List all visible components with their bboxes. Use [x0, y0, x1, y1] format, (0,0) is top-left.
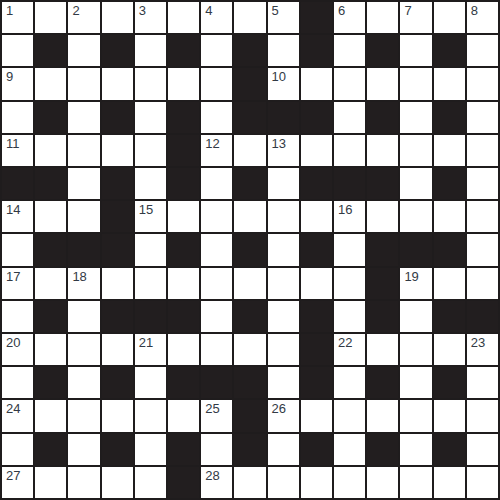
black-cell-r13c1 — [35, 434, 66, 465]
white-cell-r1c0[interactable] — [2, 35, 33, 66]
clue-number-7: 7 — [404, 4, 411, 17]
white-cell-r12c13[interactable] — [434, 400, 465, 431]
white-cell-r8c6[interactable] — [201, 268, 232, 299]
white-cell-r7c0[interactable] — [2, 234, 33, 265]
white-cell-r10c2[interactable] — [68, 334, 99, 365]
black-cell-r11c1 — [35, 367, 66, 398]
white-cell-r4c2[interactable] — [68, 135, 99, 166]
white-cell-r2c10[interactable] — [334, 68, 365, 99]
black-cell-r11c3 — [102, 367, 133, 398]
clue-number-4: 4 — [205, 4, 212, 17]
white-cell-r8c8[interactable] — [268, 268, 299, 299]
black-cell-r7c5 — [168, 234, 199, 265]
white-cell-r11c4[interactable] — [135, 367, 166, 398]
white-cell-r6c5[interactable] — [168, 201, 199, 232]
white-cell-r12c9[interactable] — [301, 400, 332, 431]
white-cell-r7c14[interactable] — [467, 234, 498, 265]
white-cell-r0c12[interactable]: 7 — [400, 2, 431, 33]
white-cell-r5c14[interactable] — [467, 168, 498, 199]
clue-number-8: 8 — [471, 4, 478, 17]
white-cell-r6c12[interactable] — [400, 201, 431, 232]
white-cell-r13c2[interactable] — [68, 434, 99, 465]
white-cell-r10c14[interactable]: 23 — [467, 334, 498, 365]
white-cell-r14c4[interactable] — [135, 467, 166, 498]
black-cell-r7c7 — [234, 234, 265, 265]
clue-number-18: 18 — [72, 270, 86, 283]
white-cell-r0c3[interactable] — [102, 2, 133, 33]
white-cell-r4c3[interactable] — [102, 135, 133, 166]
white-cell-r0c10[interactable]: 6 — [334, 2, 365, 33]
white-cell-r13c8[interactable] — [268, 434, 299, 465]
black-cell-r3c8 — [268, 102, 299, 133]
black-cell-r11c13 — [434, 367, 465, 398]
white-cell-r6c6[interactable] — [201, 201, 232, 232]
white-cell-r0c14[interactable]: 8 — [467, 2, 498, 33]
white-cell-r2c4[interactable] — [135, 68, 166, 99]
white-cell-r12c6[interactable]: 25 — [201, 400, 232, 431]
white-cell-r14c1[interactable] — [35, 467, 66, 498]
white-cell-r13c12[interactable] — [400, 434, 431, 465]
white-cell-r10c11[interactable] — [367, 334, 398, 365]
white-cell-r14c9[interactable] — [301, 467, 332, 498]
black-cell-r0c9 — [301, 2, 332, 33]
clue-number-15: 15 — [139, 203, 153, 216]
black-cell-r4c5 — [168, 135, 199, 166]
clue-number-27: 27 — [6, 469, 20, 482]
black-cell-r5c11 — [367, 168, 398, 199]
black-cell-r2c7 — [234, 68, 265, 99]
black-cell-r6c3 — [102, 201, 133, 232]
black-cell-r5c1 — [35, 168, 66, 199]
clue-number-5: 5 — [272, 4, 279, 17]
white-cell-r6c10[interactable]: 16 — [334, 201, 365, 232]
white-cell-r6c8[interactable] — [268, 201, 299, 232]
black-cell-r13c9 — [301, 434, 332, 465]
white-cell-r2c12[interactable] — [400, 68, 431, 99]
white-cell-r9c6[interactable] — [201, 301, 232, 332]
clue-number-14: 14 — [6, 203, 20, 216]
white-cell-r13c0[interactable] — [2, 434, 33, 465]
white-cell-r9c2[interactable] — [68, 301, 99, 332]
white-cell-r2c11[interactable] — [367, 68, 398, 99]
white-cell-r12c12[interactable] — [400, 400, 431, 431]
white-cell-r4c10[interactable] — [334, 135, 365, 166]
white-cell-r7c6[interactable] — [201, 234, 232, 265]
black-cell-r11c6 — [201, 367, 232, 398]
white-cell-r2c0[interactable]: 9 — [2, 68, 33, 99]
white-cell-r4c0[interactable]: 11 — [2, 135, 33, 166]
white-cell-r4c4[interactable] — [135, 135, 166, 166]
white-cell-r3c12[interactable] — [400, 102, 431, 133]
white-cell-r1c6[interactable] — [201, 35, 232, 66]
white-cell-r12c2[interactable] — [68, 400, 99, 431]
white-cell-r13c6[interactable] — [201, 434, 232, 465]
white-cell-r3c10[interactable] — [334, 102, 365, 133]
white-cell-r14c2[interactable] — [68, 467, 99, 498]
black-cell-r1c13 — [434, 35, 465, 66]
black-cell-r3c7 — [234, 102, 265, 133]
white-cell-r6c14[interactable] — [467, 201, 498, 232]
white-cell-r5c8[interactable] — [268, 168, 299, 199]
white-cell-r5c12[interactable] — [400, 168, 431, 199]
white-cell-r14c12[interactable] — [400, 467, 431, 498]
black-cell-r9c4 — [135, 301, 166, 332]
white-cell-r10c1[interactable] — [35, 334, 66, 365]
white-cell-r8c12[interactable]: 19 — [400, 268, 431, 299]
clue-number-3: 3 — [139, 4, 146, 17]
white-cell-r1c8[interactable] — [268, 35, 299, 66]
black-cell-r3c5 — [168, 102, 199, 133]
white-cell-r1c14[interactable] — [467, 35, 498, 66]
black-cell-r13c11 — [367, 434, 398, 465]
black-cell-r3c11 — [367, 102, 398, 133]
clue-number-9: 9 — [6, 70, 13, 83]
black-cell-r13c3 — [102, 434, 133, 465]
white-cell-r2c3[interactable] — [102, 68, 133, 99]
clue-number-2: 2 — [72, 4, 79, 17]
white-cell-r2c13[interactable] — [434, 68, 465, 99]
clue-number-17: 17 — [6, 270, 20, 283]
white-cell-r5c2[interactable] — [68, 168, 99, 199]
black-cell-r9c1 — [35, 301, 66, 332]
white-cell-r10c10[interactable]: 22 — [334, 334, 365, 365]
black-cell-r5c9 — [301, 168, 332, 199]
clue-number-12: 12 — [205, 137, 219, 150]
white-cell-r11c2[interactable] — [68, 367, 99, 398]
black-cell-r11c5 — [168, 367, 199, 398]
white-cell-r4c7[interactable] — [234, 135, 265, 166]
white-cell-r3c6[interactable] — [201, 102, 232, 133]
white-cell-r10c3[interactable] — [102, 334, 133, 365]
black-cell-r1c1 — [35, 35, 66, 66]
black-cell-r7c1 — [35, 234, 66, 265]
black-cell-r9c9 — [301, 301, 332, 332]
clue-number-21: 21 — [139, 336, 153, 349]
white-cell-r0c6[interactable]: 4 — [201, 2, 232, 33]
white-cell-r11c10[interactable] — [334, 367, 365, 398]
white-cell-r5c6[interactable] — [201, 168, 232, 199]
clue-number-1: 1 — [6, 4, 13, 17]
white-cell-r2c6[interactable] — [201, 68, 232, 99]
black-cell-r7c11 — [367, 234, 398, 265]
black-cell-r7c3 — [102, 234, 133, 265]
white-cell-r6c7[interactable] — [234, 201, 265, 232]
white-cell-r7c4[interactable] — [135, 234, 166, 265]
white-cell-r11c8[interactable] — [268, 367, 299, 398]
white-cell-r4c14[interactable] — [467, 135, 498, 166]
black-cell-r1c9 — [301, 35, 332, 66]
white-cell-r4c1[interactable] — [35, 135, 66, 166]
white-cell-r6c4[interactable]: 15 — [135, 201, 166, 232]
black-cell-r3c3 — [102, 102, 133, 133]
white-cell-r6c2[interactable] — [68, 201, 99, 232]
white-cell-r4c9[interactable] — [301, 135, 332, 166]
white-cell-r11c14[interactable] — [467, 367, 498, 398]
black-cell-r9c5 — [168, 301, 199, 332]
clue-number-10: 10 — [272, 70, 286, 83]
black-cell-r9c7 — [234, 301, 265, 332]
white-cell-r10c6[interactable] — [201, 334, 232, 365]
white-cell-r12c11[interactable] — [367, 400, 398, 431]
white-cell-r12c1[interactable] — [35, 400, 66, 431]
white-cell-r10c8[interactable] — [268, 334, 299, 365]
white-cell-r4c13[interactable] — [434, 135, 465, 166]
white-cell-r8c0[interactable]: 17 — [2, 268, 33, 299]
white-cell-r2c9[interactable] — [301, 68, 332, 99]
white-cell-r2c5[interactable] — [168, 68, 199, 99]
white-cell-r1c10[interactable] — [334, 35, 365, 66]
white-cell-r6c0[interactable]: 14 — [2, 201, 33, 232]
white-cell-r12c10[interactable] — [334, 400, 365, 431]
white-cell-r12c5[interactable] — [168, 400, 199, 431]
black-cell-r5c7 — [234, 168, 265, 199]
black-cell-r13c5 — [168, 434, 199, 465]
white-cell-r8c7[interactable] — [234, 268, 265, 299]
white-cell-r12c3[interactable] — [102, 400, 133, 431]
white-cell-r8c14[interactable] — [467, 268, 498, 299]
white-cell-r4c12[interactable] — [400, 135, 431, 166]
white-cell-r6c1[interactable] — [35, 201, 66, 232]
white-cell-r0c0[interactable]: 1 — [2, 2, 33, 33]
white-cell-r9c8[interactable] — [268, 301, 299, 332]
white-cell-r9c0[interactable] — [2, 301, 33, 332]
clue-number-6: 6 — [338, 4, 345, 17]
white-cell-r10c12[interactable] — [400, 334, 431, 365]
white-cell-r9c12[interactable] — [400, 301, 431, 332]
clue-number-19: 19 — [404, 270, 418, 283]
black-cell-r11c7 — [234, 367, 265, 398]
white-cell-r13c4[interactable] — [135, 434, 166, 465]
black-cell-r7c12 — [400, 234, 431, 265]
white-cell-r7c8[interactable] — [268, 234, 299, 265]
white-cell-r0c8[interactable]: 5 — [268, 2, 299, 33]
black-cell-r3c9 — [301, 102, 332, 133]
white-cell-r1c2[interactable] — [68, 35, 99, 66]
white-cell-r8c2[interactable]: 18 — [68, 268, 99, 299]
clue-number-26: 26 — [272, 402, 286, 415]
white-cell-r11c12[interactable] — [400, 367, 431, 398]
white-cell-r14c0[interactable]: 27 — [2, 467, 33, 498]
black-cell-r3c13 — [434, 102, 465, 133]
black-cell-r13c7 — [234, 434, 265, 465]
black-cell-r9c3 — [102, 301, 133, 332]
clue-number-20: 20 — [6, 336, 20, 349]
white-cell-r14c7[interactable] — [234, 467, 265, 498]
clue-number-24: 24 — [6, 402, 20, 415]
black-cell-r7c13 — [434, 234, 465, 265]
clue-number-11: 11 — [6, 137, 20, 150]
white-cell-r14c11[interactable] — [367, 467, 398, 498]
black-cell-r9c14 — [467, 301, 498, 332]
white-cell-r8c5[interactable] — [168, 268, 199, 299]
white-cell-r6c11[interactable] — [367, 201, 398, 232]
white-cell-r6c9[interactable] — [301, 201, 332, 232]
white-cell-r13c14[interactable] — [467, 434, 498, 465]
clue-number-25: 25 — [205, 402, 219, 415]
white-cell-r14c3[interactable] — [102, 467, 133, 498]
white-cell-r11c0[interactable] — [2, 367, 33, 398]
black-cell-r1c7 — [234, 35, 265, 66]
clue-number-22: 22 — [338, 336, 352, 349]
white-cell-r0c7[interactable] — [234, 2, 265, 33]
white-cell-r12c4[interactable] — [135, 400, 166, 431]
white-cell-r12c14[interactable] — [467, 400, 498, 431]
white-cell-r10c0[interactable]: 20 — [2, 334, 33, 365]
black-cell-r11c11 — [367, 367, 398, 398]
white-cell-r3c0[interactable] — [2, 102, 33, 133]
white-cell-r14c14[interactable] — [467, 467, 498, 498]
black-cell-r14c5 — [168, 467, 199, 498]
white-cell-r10c7[interactable] — [234, 334, 265, 365]
clue-number-23: 23 — [471, 336, 485, 349]
white-cell-r14c8[interactable] — [268, 467, 299, 498]
white-cell-r2c2[interactable] — [68, 68, 99, 99]
crossword-grid: 1234567891011121314151617181920212223242… — [0, 0, 500, 500]
white-cell-r8c9[interactable] — [301, 268, 332, 299]
white-cell-r14c6[interactable]: 28 — [201, 467, 232, 498]
white-cell-r0c5[interactable] — [168, 2, 199, 33]
clue-number-16: 16 — [338, 203, 352, 216]
white-cell-r0c2[interactable]: 2 — [68, 2, 99, 33]
black-cell-r11c9 — [301, 367, 332, 398]
white-cell-r4c6[interactable]: 12 — [201, 135, 232, 166]
white-cell-r2c14[interactable] — [467, 68, 498, 99]
white-cell-r6c13[interactable] — [434, 201, 465, 232]
black-cell-r12c7 — [234, 400, 265, 431]
black-cell-r1c11 — [367, 35, 398, 66]
clue-number-28: 28 — [205, 469, 219, 482]
white-cell-r14c13[interactable] — [434, 467, 465, 498]
white-cell-r0c11[interactable] — [367, 2, 398, 33]
black-cell-r8c11 — [367, 268, 398, 299]
white-cell-r12c0[interactable]: 24 — [2, 400, 33, 431]
white-cell-r3c14[interactable] — [467, 102, 498, 133]
black-cell-r9c11 — [367, 301, 398, 332]
white-cell-r5c4[interactable] — [135, 168, 166, 199]
white-cell-r8c10[interactable] — [334, 268, 365, 299]
white-cell-r8c4[interactable] — [135, 268, 166, 299]
white-cell-r1c12[interactable] — [400, 35, 431, 66]
black-cell-r5c13 — [434, 168, 465, 199]
white-cell-r0c1[interactable] — [35, 2, 66, 33]
white-cell-r14c10[interactable] — [334, 467, 365, 498]
white-cell-r4c8[interactable]: 13 — [268, 135, 299, 166]
white-cell-r12c8[interactable]: 26 — [268, 400, 299, 431]
black-cell-r7c9 — [301, 234, 332, 265]
white-cell-r2c1[interactable] — [35, 68, 66, 99]
black-cell-r9c13 — [434, 301, 465, 332]
white-cell-r8c13[interactable] — [434, 268, 465, 299]
white-cell-r7c10[interactable] — [334, 234, 365, 265]
white-cell-r9c10[interactable] — [334, 301, 365, 332]
white-cell-r13c10[interactable] — [334, 434, 365, 465]
white-cell-r10c5[interactable] — [168, 334, 199, 365]
white-cell-r0c13[interactable] — [434, 2, 465, 33]
white-cell-r3c2[interactable] — [68, 102, 99, 133]
black-cell-r1c3 — [102, 35, 133, 66]
clue-number-13: 13 — [272, 137, 286, 150]
black-cell-r13c13 — [434, 434, 465, 465]
black-cell-r3c1 — [35, 102, 66, 133]
white-cell-r1c4[interactable] — [135, 35, 166, 66]
black-cell-r5c10 — [334, 168, 365, 199]
white-cell-r8c1[interactable] — [35, 268, 66, 299]
white-cell-r8c3[interactable] — [102, 268, 133, 299]
black-cell-r5c3 — [102, 168, 133, 199]
white-cell-r10c13[interactable] — [434, 334, 465, 365]
white-cell-r4c11[interactable] — [367, 135, 398, 166]
white-cell-r2c8[interactable]: 10 — [268, 68, 299, 99]
white-cell-r0c4[interactable]: 3 — [135, 2, 166, 33]
black-cell-r5c5 — [168, 168, 199, 199]
white-cell-r10c4[interactable]: 21 — [135, 334, 166, 365]
black-cell-r5c0 — [2, 168, 33, 199]
black-cell-r10c9 — [301, 334, 332, 365]
black-cell-r7c2 — [68, 234, 99, 265]
black-cell-r1c5 — [168, 35, 199, 66]
white-cell-r3c4[interactable] — [135, 102, 166, 133]
